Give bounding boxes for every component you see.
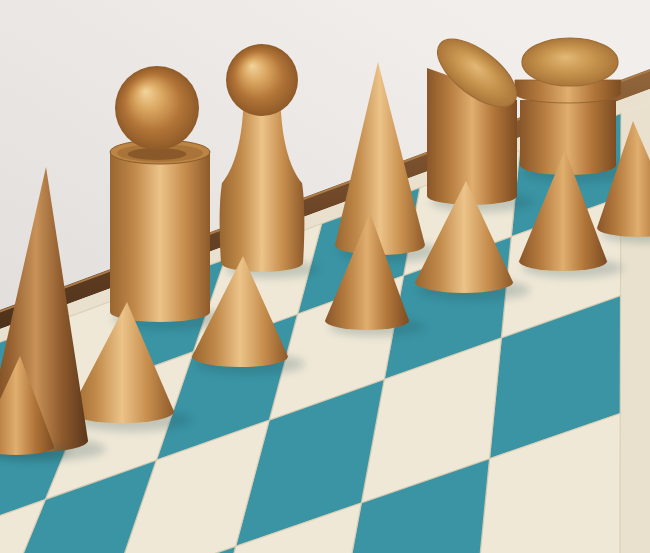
rook-lid-top-face <box>522 38 618 86</box>
piece-rook-a1[interactable] <box>515 38 633 183</box>
chess-product-photo: Bauhaus-style geometric wooden chess set… <box>0 0 650 553</box>
king-sphere-finial <box>115 66 199 150</box>
cylinder-body <box>110 152 210 322</box>
board-scene <box>0 0 650 553</box>
queen-sphere-head <box>226 44 298 116</box>
